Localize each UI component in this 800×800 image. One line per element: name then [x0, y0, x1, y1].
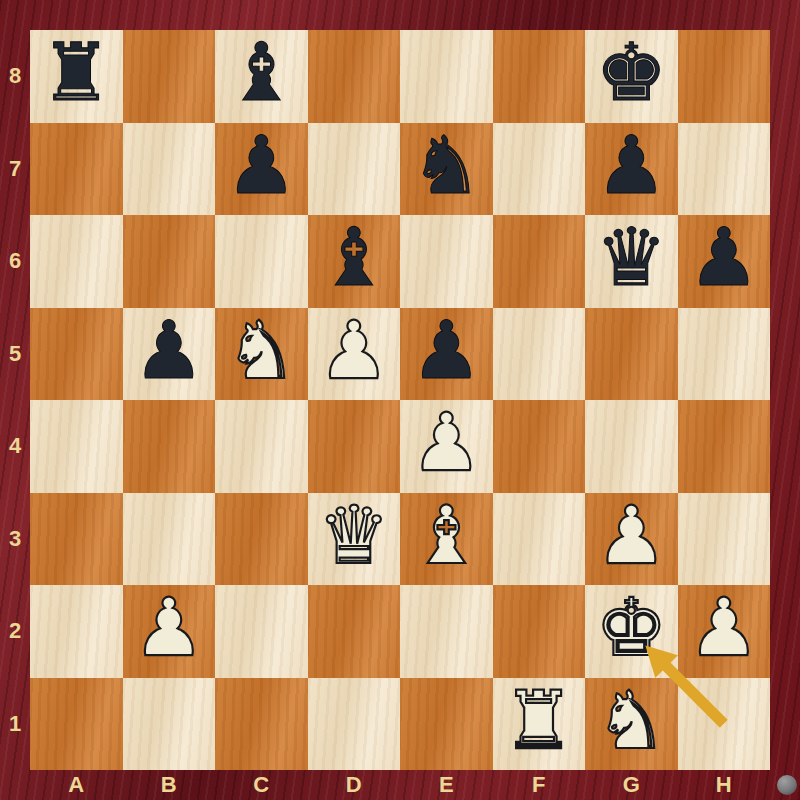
file-labels: ABCDEFGH — [30, 770, 770, 800]
square-b4[interactable] — [123, 400, 216, 493]
rank-label-2: 2 — [0, 585, 30, 678]
square-a7[interactable] — [30, 123, 123, 216]
square-c6[interactable] — [215, 215, 308, 308]
piece-white-rook[interactable]: ♜ — [503, 675, 575, 767]
square-h3[interactable] — [678, 493, 771, 586]
rank-labels: 87654321 — [0, 30, 30, 770]
square-h5[interactable] — [678, 308, 771, 401]
piece-black-pawn[interactable]: ♟ — [688, 212, 760, 304]
square-g3[interactable]: ♟ — [585, 493, 678, 586]
piece-black-bishop[interactable]: ♝ — [318, 212, 390, 304]
square-b2[interactable]: ♟ — [123, 585, 216, 678]
square-e4[interactable]: ♟ — [400, 400, 493, 493]
square-c2[interactable] — [215, 585, 308, 678]
piece-black-pawn[interactable]: ♟ — [225, 120, 297, 212]
chess-board: ♜♝♚♟♞♟♝♛♟♟♞♟♟♟♛♝♟♟♚♟♜♞ — [30, 30, 770, 770]
chess-board-frame: ♜♝♚♟♞♟♝♛♟♟♞♟♟♟♛♝♟♟♚♟♜♞ 87654321 ABCDEFGH — [0, 0, 800, 800]
square-d3[interactable]: ♛ — [308, 493, 401, 586]
piece-white-pawn[interactable]: ♟ — [133, 582, 205, 674]
square-c8[interactable]: ♝ — [215, 30, 308, 123]
piece-white-bishop[interactable]: ♝ — [410, 490, 482, 582]
square-a4[interactable] — [30, 400, 123, 493]
square-h8[interactable] — [678, 30, 771, 123]
square-g2[interactable]: ♚ — [585, 585, 678, 678]
square-b1[interactable] — [123, 678, 216, 771]
rank-label-1: 1 — [0, 678, 30, 771]
rank-label-5: 5 — [0, 308, 30, 401]
rank-label-8: 8 — [0, 30, 30, 123]
square-d2[interactable] — [308, 585, 401, 678]
square-f1[interactable]: ♜ — [493, 678, 586, 771]
square-c1[interactable] — [215, 678, 308, 771]
piece-white-knight[interactable]: ♞ — [595, 675, 667, 767]
piece-black-pawn[interactable]: ♟ — [595, 120, 667, 212]
square-g1[interactable]: ♞ — [585, 678, 678, 771]
square-e2[interactable] — [400, 585, 493, 678]
square-d7[interactable] — [308, 123, 401, 216]
square-f2[interactable] — [493, 585, 586, 678]
square-g8[interactable]: ♚ — [585, 30, 678, 123]
piece-white-queen[interactable]: ♛ — [318, 490, 390, 582]
file-label-c: C — [215, 770, 308, 800]
square-g7[interactable]: ♟ — [585, 123, 678, 216]
piece-black-knight[interactable]: ♞ — [410, 120, 482, 212]
square-d8[interactable] — [308, 30, 401, 123]
square-f5[interactable] — [493, 308, 586, 401]
square-b7[interactable] — [123, 123, 216, 216]
square-b3[interactable] — [123, 493, 216, 586]
rank-label-7: 7 — [0, 123, 30, 216]
piece-white-pawn[interactable]: ♟ — [595, 490, 667, 582]
piece-white-pawn[interactable]: ♟ — [688, 582, 760, 674]
rank-label-4: 4 — [0, 400, 30, 493]
square-c7[interactable]: ♟ — [215, 123, 308, 216]
piece-black-bishop[interactable]: ♝ — [225, 27, 297, 119]
square-e5[interactable]: ♟ — [400, 308, 493, 401]
square-h7[interactable] — [678, 123, 771, 216]
piece-white-king[interactable]: ♚ — [595, 582, 667, 674]
square-e3[interactable]: ♝ — [400, 493, 493, 586]
square-f6[interactable] — [493, 215, 586, 308]
square-c3[interactable] — [215, 493, 308, 586]
rank-label-6: 6 — [0, 215, 30, 308]
square-d1[interactable] — [308, 678, 401, 771]
square-f4[interactable] — [493, 400, 586, 493]
file-label-b: B — [123, 770, 216, 800]
square-h2[interactable]: ♟ — [678, 585, 771, 678]
corner-pin-icon — [777, 775, 797, 795]
square-a6[interactable] — [30, 215, 123, 308]
file-label-g: G — [585, 770, 678, 800]
piece-white-pawn[interactable]: ♟ — [318, 305, 390, 397]
square-b5[interactable]: ♟ — [123, 308, 216, 401]
square-e8[interactable] — [400, 30, 493, 123]
piece-black-king[interactable]: ♚ — [595, 27, 667, 119]
file-label-a: A — [30, 770, 123, 800]
file-label-h: H — [678, 770, 771, 800]
piece-black-pawn[interactable]: ♟ — [133, 305, 205, 397]
piece-white-pawn[interactable]: ♟ — [410, 397, 482, 489]
square-d4[interactable] — [308, 400, 401, 493]
square-a1[interactable] — [30, 678, 123, 771]
square-f7[interactable] — [493, 123, 586, 216]
square-a8[interactable]: ♜ — [30, 30, 123, 123]
square-g6[interactable]: ♛ — [585, 215, 678, 308]
square-a5[interactable] — [30, 308, 123, 401]
square-d5[interactable]: ♟ — [308, 308, 401, 401]
square-c4[interactable] — [215, 400, 308, 493]
file-label-d: D — [308, 770, 401, 800]
piece-black-pawn[interactable]: ♟ — [410, 305, 482, 397]
rank-label-3: 3 — [0, 493, 30, 586]
square-b6[interactable] — [123, 215, 216, 308]
file-label-f: F — [493, 770, 586, 800]
square-d6[interactable]: ♝ — [308, 215, 401, 308]
square-a2[interactable] — [30, 585, 123, 678]
square-e1[interactable] — [400, 678, 493, 771]
square-h6[interactable]: ♟ — [678, 215, 771, 308]
square-g5[interactable] — [585, 308, 678, 401]
square-h4[interactable] — [678, 400, 771, 493]
square-g4[interactable] — [585, 400, 678, 493]
square-f3[interactable] — [493, 493, 586, 586]
piece-black-queen[interactable]: ♛ — [595, 212, 667, 304]
file-label-e: E — [400, 770, 493, 800]
square-f8[interactable] — [493, 30, 586, 123]
piece-black-rook[interactable]: ♜ — [40, 27, 112, 119]
square-b8[interactable] — [123, 30, 216, 123]
square-e6[interactable] — [400, 215, 493, 308]
square-a3[interactable] — [30, 493, 123, 586]
square-e7[interactable]: ♞ — [400, 123, 493, 216]
piece-white-knight[interactable]: ♞ — [225, 305, 297, 397]
square-c5[interactable]: ♞ — [215, 308, 308, 401]
square-h1[interactable] — [678, 678, 771, 771]
